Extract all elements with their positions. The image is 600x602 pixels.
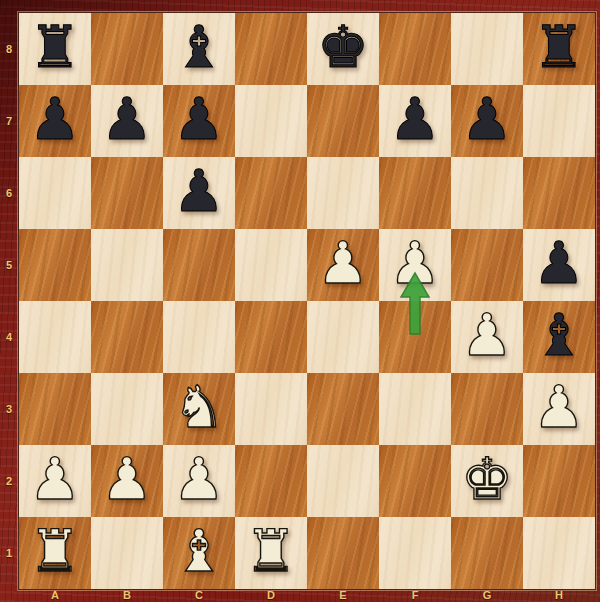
chess-board-frame: ♜♝♚♜♟♟♟♟♟♟♟♟♟♟♝♞♟♟♟♟♚♜♝♜ 87654321ABCDEFG… xyxy=(0,0,600,602)
square-g7[interactable]: ♟ xyxy=(451,85,523,157)
square-d7[interactable] xyxy=(235,85,307,157)
square-f2[interactable] xyxy=(379,445,451,517)
file-label-e: E xyxy=(339,589,346,601)
rank-label-6: 6 xyxy=(6,187,12,199)
piece-black-rook[interactable]: ♜ xyxy=(533,18,585,76)
square-d3[interactable] xyxy=(235,373,307,445)
square-a8[interactable]: ♜ xyxy=(19,13,91,85)
piece-black-pawn[interactable]: ♟ xyxy=(29,90,81,148)
piece-white-pawn[interactable]: ♟ xyxy=(101,450,153,508)
square-c2[interactable]: ♟ xyxy=(163,445,235,517)
square-g1[interactable] xyxy=(451,517,523,589)
square-f5[interactable]: ♟ xyxy=(379,229,451,301)
file-label-g: G xyxy=(483,589,492,601)
piece-white-pawn[interactable]: ♟ xyxy=(461,306,513,364)
square-e8[interactable]: ♚ xyxy=(307,13,379,85)
square-a4[interactable] xyxy=(19,301,91,373)
square-e1[interactable] xyxy=(307,517,379,589)
rank-label-5: 5 xyxy=(6,259,12,271)
file-label-a: A xyxy=(51,589,59,601)
square-d1[interactable]: ♜ xyxy=(235,517,307,589)
square-h1[interactable] xyxy=(523,517,595,589)
piece-white-knight[interactable]: ♞ xyxy=(173,378,225,436)
file-label-h: H xyxy=(555,589,563,601)
square-f8[interactable] xyxy=(379,13,451,85)
square-d8[interactable] xyxy=(235,13,307,85)
square-e2[interactable] xyxy=(307,445,379,517)
square-d2[interactable] xyxy=(235,445,307,517)
square-b6[interactable] xyxy=(91,157,163,229)
square-a7[interactable]: ♟ xyxy=(19,85,91,157)
square-g4[interactable]: ♟ xyxy=(451,301,523,373)
square-c1[interactable]: ♝ xyxy=(163,517,235,589)
piece-white-pawn[interactable]: ♟ xyxy=(173,450,225,508)
rank-label-4: 4 xyxy=(6,331,12,343)
square-g5[interactable] xyxy=(451,229,523,301)
piece-white-king[interactable]: ♚ xyxy=(461,450,513,508)
square-h6[interactable] xyxy=(523,157,595,229)
file-label-d: D xyxy=(267,589,275,601)
square-a5[interactable] xyxy=(19,229,91,301)
square-b7[interactable]: ♟ xyxy=(91,85,163,157)
piece-white-bishop[interactable]: ♝ xyxy=(173,522,225,580)
piece-black-bishop[interactable]: ♝ xyxy=(533,306,585,364)
square-b1[interactable] xyxy=(91,517,163,589)
piece-black-pawn[interactable]: ♟ xyxy=(173,162,225,220)
square-d4[interactable] xyxy=(235,301,307,373)
square-b3[interactable] xyxy=(91,373,163,445)
piece-white-pawn[interactable]: ♟ xyxy=(389,234,441,292)
square-h3[interactable]: ♟ xyxy=(523,373,595,445)
square-c4[interactable] xyxy=(163,301,235,373)
square-c5[interactable] xyxy=(163,229,235,301)
square-d5[interactable] xyxy=(235,229,307,301)
square-f1[interactable] xyxy=(379,517,451,589)
rank-label-1: 1 xyxy=(6,547,12,559)
piece-black-pawn[interactable]: ♟ xyxy=(389,90,441,148)
square-c8[interactable]: ♝ xyxy=(163,13,235,85)
rank-label-8: 8 xyxy=(6,43,12,55)
piece-black-pawn[interactable]: ♟ xyxy=(173,90,225,148)
square-h4[interactable]: ♝ xyxy=(523,301,595,373)
square-c6[interactable]: ♟ xyxy=(163,157,235,229)
square-c7[interactable]: ♟ xyxy=(163,85,235,157)
square-g3[interactable] xyxy=(451,373,523,445)
square-e7[interactable] xyxy=(307,85,379,157)
file-label-b: B xyxy=(123,589,131,601)
square-f3[interactable] xyxy=(379,373,451,445)
file-label-f: F xyxy=(412,589,419,601)
piece-white-pawn[interactable]: ♟ xyxy=(533,378,585,436)
square-f7[interactable]: ♟ xyxy=(379,85,451,157)
square-a3[interactable] xyxy=(19,373,91,445)
piece-white-pawn[interactable]: ♟ xyxy=(317,234,369,292)
square-a2[interactable]: ♟ xyxy=(19,445,91,517)
square-g2[interactable]: ♚ xyxy=(451,445,523,517)
square-b2[interactable]: ♟ xyxy=(91,445,163,517)
square-e6[interactable] xyxy=(307,157,379,229)
square-f4[interactable] xyxy=(379,301,451,373)
piece-white-rook[interactable]: ♜ xyxy=(29,522,81,580)
piece-black-pawn[interactable]: ♟ xyxy=(461,90,513,148)
square-e5[interactable]: ♟ xyxy=(307,229,379,301)
square-b5[interactable] xyxy=(91,229,163,301)
square-h2[interactable] xyxy=(523,445,595,517)
piece-white-rook[interactable]: ♜ xyxy=(245,522,297,580)
rank-label-2: 2 xyxy=(6,475,12,487)
square-f6[interactable] xyxy=(379,157,451,229)
rank-label-7: 7 xyxy=(6,115,12,127)
square-d6[interactable] xyxy=(235,157,307,229)
file-label-c: C xyxy=(195,589,203,601)
square-h5[interactable]: ♟ xyxy=(523,229,595,301)
square-h8[interactable]: ♜ xyxy=(523,13,595,85)
square-b8[interactable] xyxy=(91,13,163,85)
square-b4[interactable] xyxy=(91,301,163,373)
piece-white-pawn[interactable]: ♟ xyxy=(29,450,81,508)
square-g8[interactable] xyxy=(451,13,523,85)
piece-black-pawn[interactable]: ♟ xyxy=(533,234,585,292)
square-a1[interactable]: ♜ xyxy=(19,517,91,589)
square-a6[interactable] xyxy=(19,157,91,229)
piece-black-pawn[interactable]: ♟ xyxy=(101,90,153,148)
square-h7[interactable] xyxy=(523,85,595,157)
square-e4[interactable] xyxy=(307,301,379,373)
square-e3[interactable] xyxy=(307,373,379,445)
piece-black-bishop[interactable]: ♝ xyxy=(173,18,225,76)
chess-board: ♜♝♚♜♟♟♟♟♟♟♟♟♟♟♝♞♟♟♟♟♚♜♝♜ xyxy=(19,13,595,589)
square-c3[interactable]: ♞ xyxy=(163,373,235,445)
piece-black-king[interactable]: ♚ xyxy=(317,18,369,76)
square-g6[interactable] xyxy=(451,157,523,229)
rank-label-3: 3 xyxy=(6,403,12,415)
piece-black-rook[interactable]: ♜ xyxy=(29,18,81,76)
